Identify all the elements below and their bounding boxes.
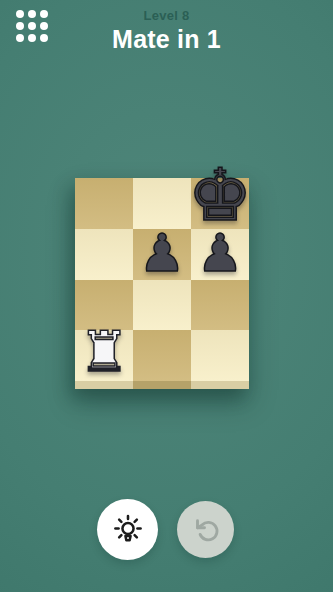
white-rook[interactable]: ♜ [79,324,129,380]
square-a3[interactable] [75,229,133,280]
black-pawn[interactable]: ♟ [139,227,186,279]
app-screen: Level 8 Mate in 1 ♚♟♟♜ [0,0,333,592]
square-a1[interactable]: ♜ [75,330,133,381]
undo-button[interactable] [177,501,234,558]
square-a4[interactable] [75,178,133,229]
square-c2[interactable] [191,280,249,331]
black-pawn[interactable]: ♟ [197,227,244,279]
lightbulb-icon [110,512,146,548]
square-c3[interactable]: ♟ [191,229,249,280]
square-b1[interactable] [133,330,191,381]
undo-arrow-icon [191,515,221,545]
level-label: Level 8 [0,8,333,23]
square-b4[interactable] [133,178,191,229]
page-title: Mate in 1 [0,25,333,54]
chess-board[interactable]: ♚♟♟♜ [75,178,249,389]
hint-button[interactable] [97,499,158,560]
square-c1[interactable] [191,330,249,381]
square-b2[interactable] [133,280,191,331]
header: Level 8 Mate in 1 [0,8,333,54]
black-king[interactable]: ♚ [188,159,253,231]
square-c4[interactable]: ♚ [191,178,249,229]
square-b3[interactable]: ♟ [133,229,191,280]
board-squares: ♚♟♟♜ [75,178,249,381]
